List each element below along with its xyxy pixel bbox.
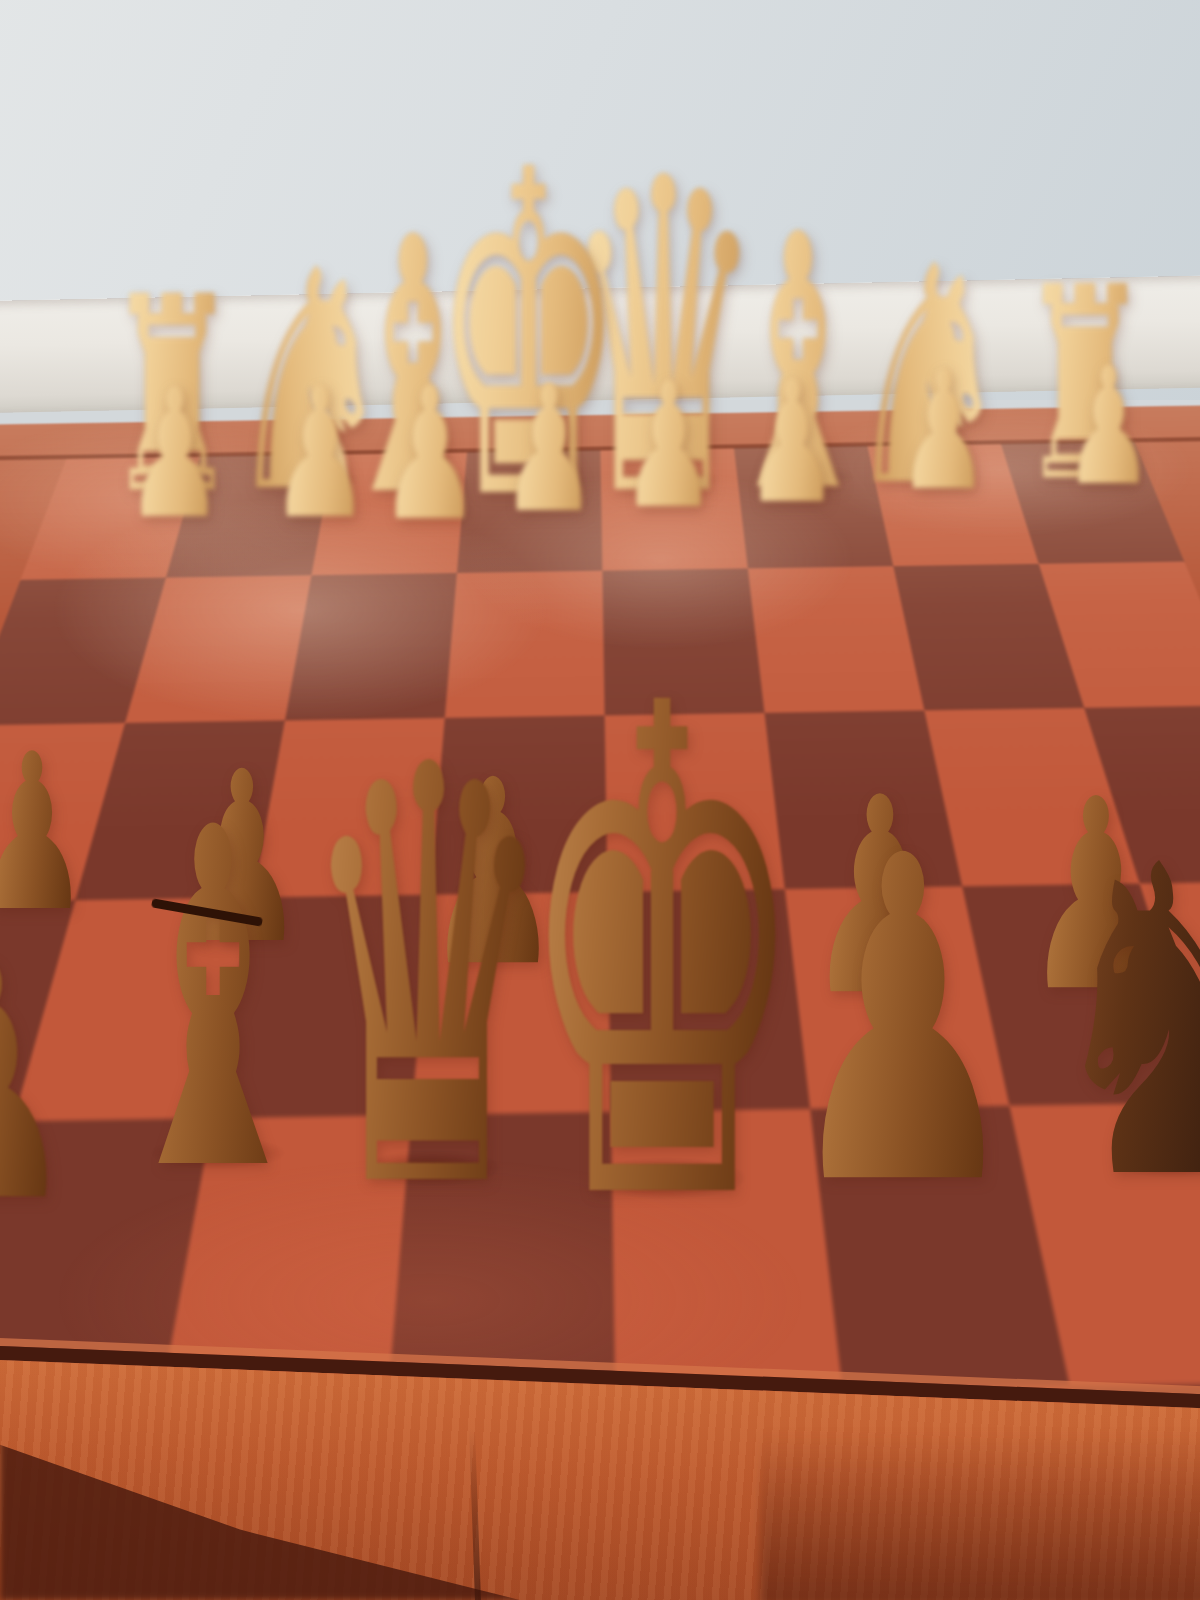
rail-shadow-right [760,1430,1200,1600]
white-pawn-d2[interactable]: ♟ [605,377,732,504]
piece-glyph: ♟ [500,362,597,537]
white-pawn-h2[interactable]: ♟ [109,383,240,514]
piece-glyph: ♟ [0,920,77,1246]
photo-scene: ♜♞♝♚♛♝♞♜♟♟♟♟♟♟♟♟♟♟♟♟♟♝♛♚♟♞♟ [0,0,1200,1600]
white-pawn-e2[interactable]: ♟ [485,380,613,508]
white-pawn-c2[interactable]: ♟ [730,375,854,499]
piece-glyph: ♟ [124,365,224,544]
piece-glyph: ♟ [379,362,481,546]
black-king-d5[interactable]: ♚ [416,691,908,1183]
black-pawn-h5[interactable]: ♟ [0,954,105,1192]
white-pawn-a2[interactable]: ♟ [1049,362,1168,481]
piece-glyph: ♟ [897,348,989,514]
piece-glyph: ♟ [1063,345,1154,508]
white-pawn-b2[interactable]: ♟ [883,366,1004,487]
white-pawn-f2[interactable]: ♟ [363,382,497,516]
piece-glyph: ♟ [745,357,839,527]
piece-glyph: ♟ [620,359,717,533]
piece-glyph: ♚ [517,620,807,1294]
piece-glyph: ♟ [270,363,371,544]
